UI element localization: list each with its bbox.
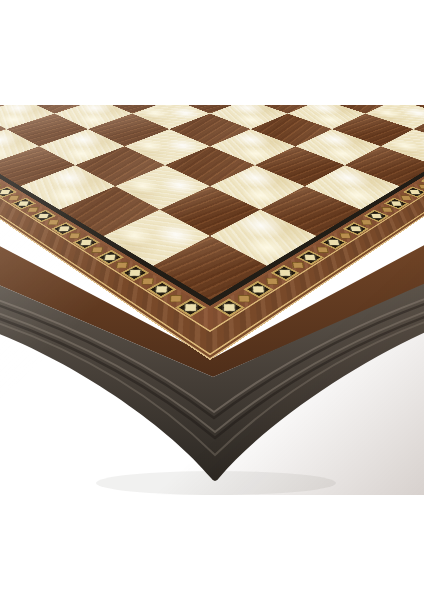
board-photo-crop (0, 105, 424, 495)
inlay-diamond-center (279, 269, 292, 276)
inlay-diamond-center (103, 254, 116, 260)
inlay-diamond-center (327, 240, 340, 246)
inlay-diamond-center (184, 304, 197, 312)
inlay-connector-diamond (238, 295, 250, 302)
inlay-connector-diamond (418, 184, 424, 188)
inlay-connector-diamond (316, 247, 328, 253)
inlay-connector-diamond (69, 233, 81, 238)
inlay-diamond-center (155, 286, 168, 293)
inlay-diamond-center (252, 286, 265, 293)
inlay-diamond-center (304, 254, 317, 260)
inlay-diamond-center (37, 213, 50, 218)
inlay-diamond-center (223, 304, 236, 312)
inlay-diamond-center (128, 269, 141, 276)
inlay-connector-diamond (116, 262, 128, 268)
inlay-diamond-center (0, 190, 11, 195)
inlay-connector-diamond (170, 295, 182, 302)
inlay-connector-diamond (8, 195, 19, 199)
inlay-connector-diamond (28, 207, 40, 212)
inlay-connector-diamond (400, 195, 411, 199)
inlay-diamond-center (350, 226, 363, 232)
inlay-diamond-center (409, 190, 421, 195)
inlay-diamond-center (17, 201, 29, 206)
inlay-diamond-center (370, 213, 383, 218)
inlay-connector-diamond (266, 278, 278, 284)
inlay-connector-diamond (142, 278, 154, 284)
product-photo-canvas (0, 0, 424, 600)
inlay-connector-diamond (339, 233, 351, 238)
inlay-diamond-center (58, 226, 71, 232)
inlay-connector-diamond (92, 247, 104, 253)
inlay-connector-diamond (292, 262, 304, 268)
inlay-connector-diamond (361, 220, 373, 225)
inlay-diamond-center (80, 240, 93, 246)
inlay-connector-diamond (381, 207, 393, 212)
inlay-diamond-center (390, 201, 402, 206)
inlay-connector-diamond (48, 220, 60, 225)
